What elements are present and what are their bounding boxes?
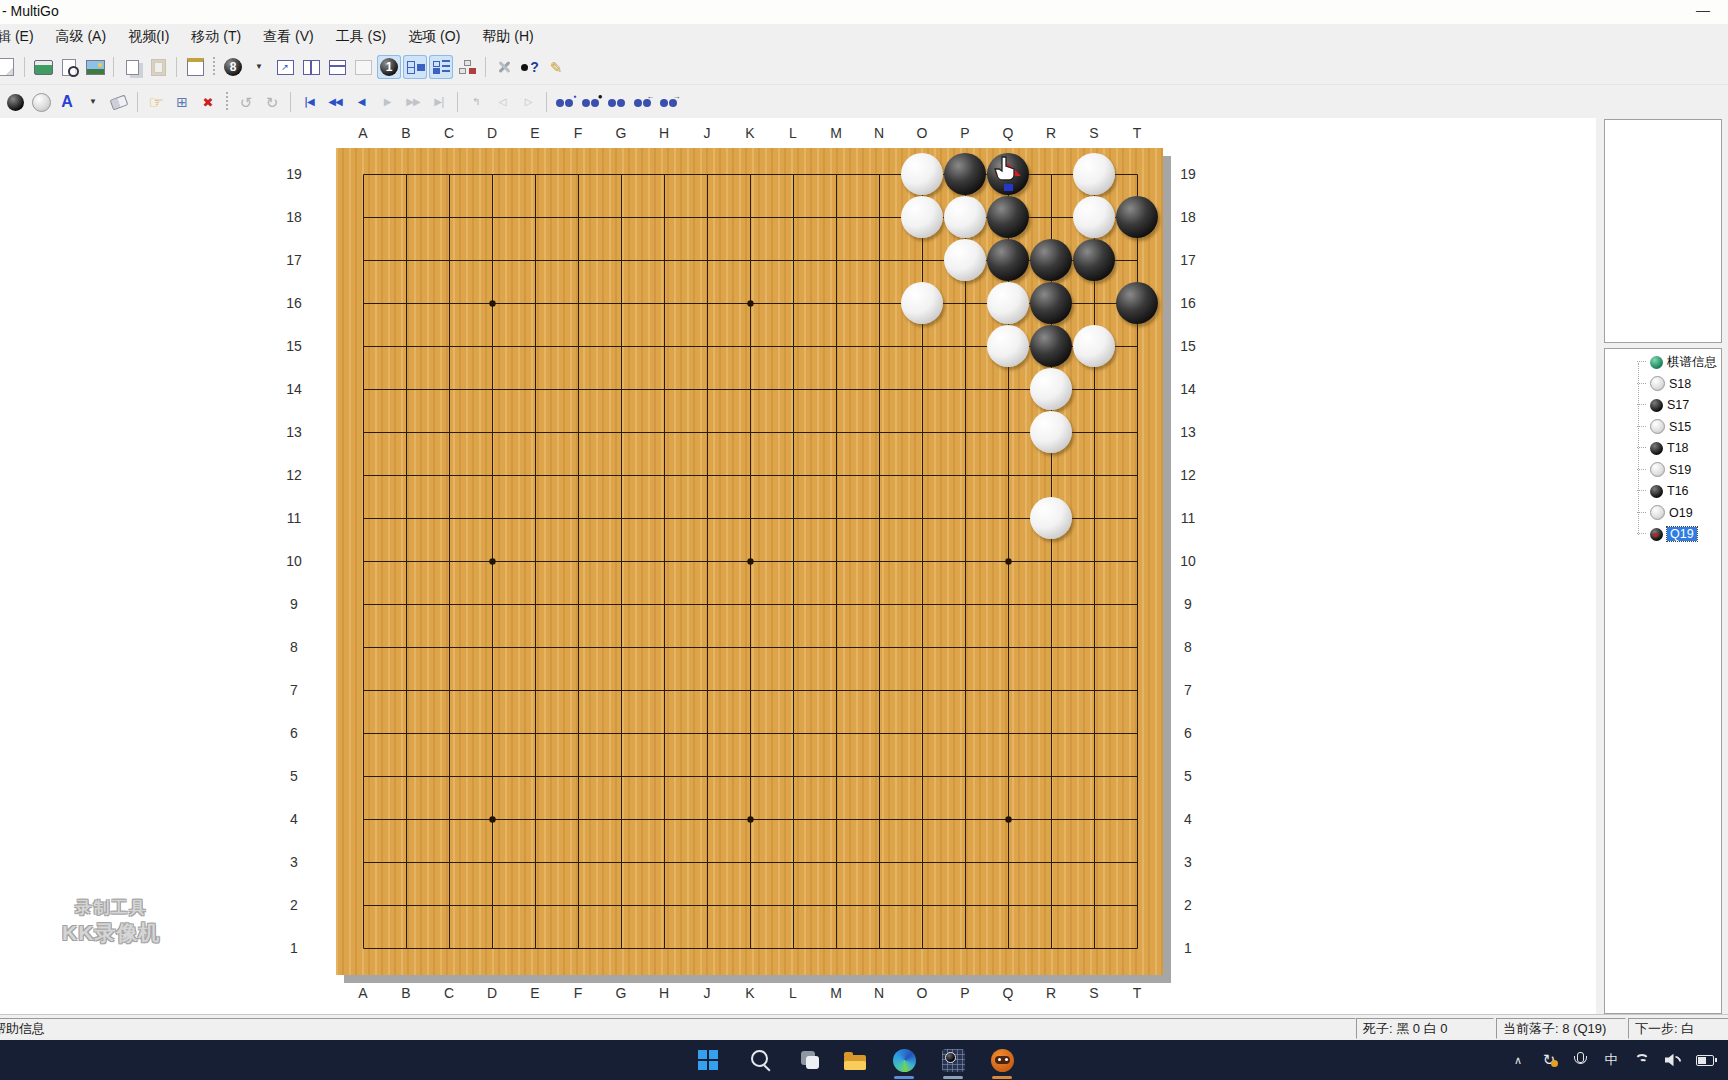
toolbar-separator: [226, 92, 228, 112]
col-label-bottom-L: L: [779, 985, 807, 1001]
delete-node-icon[interactable]: ✖: [196, 90, 220, 114]
context-help-icon-glyph: ?: [521, 59, 539, 75]
export-image-icon-glyph: [86, 60, 105, 75]
row-label-right-17: 17: [1174, 252, 1202, 268]
tray-sync-icon-glyph: ↻: [1543, 1051, 1556, 1069]
taskbar-edge-button[interactable]: [890, 1040, 918, 1080]
taskbar-system-tray: ∧↻中: [1510, 1040, 1714, 1080]
taskbar-start-button-icon: [698, 1050, 718, 1070]
tray-microphone-icon[interactable]: [1572, 1047, 1588, 1073]
tray-volume-icon-glyph: [1665, 1054, 1681, 1067]
star-point-D10: [489, 558, 495, 564]
new-file-icon[interactable]: [0, 55, 18, 79]
recorder-watermark: 录制工具 KK录像机: [62, 898, 160, 947]
tray-battery-icon-glyph: [1696, 1055, 1714, 1066]
col-label-top-A: A: [349, 125, 377, 141]
rotate-cw-icon[interactable]: ↻: [260, 90, 284, 114]
taskbar-file-explorer-button[interactable]: [841, 1040, 869, 1080]
taskbar-kk-recorder-button[interactable]: [988, 1040, 1016, 1080]
row-label-right-11: 11: [1174, 510, 1202, 526]
rotate-cw-icon-glyph: ↻: [266, 95, 279, 110]
tree-root-item[interactable]: 棋谱信息: [1631, 353, 1717, 371]
tree-branch-stub: [1637, 383, 1646, 385]
taskbar-file-explorer-button-icon: [844, 1055, 866, 1070]
row-label-left-10: 10: [280, 553, 308, 569]
col-label-bottom-G: G: [607, 985, 635, 1001]
node-list-icon[interactable]: [429, 55, 453, 79]
col-label-top-M: M: [822, 125, 850, 141]
tree-view-icon[interactable]: [403, 55, 427, 79]
stone-O16: [901, 282, 943, 324]
print-preview-icon-glyph: [62, 59, 76, 76]
tree-branch-stub: [1637, 361, 1646, 363]
variation-right-button[interactable]: ▷: [516, 90, 540, 114]
node-list-icon-glyph: [433, 60, 450, 74]
find-icon[interactable]: [605, 90, 629, 114]
row-label-right-5: 5: [1174, 768, 1202, 784]
rotate-ccw-icon[interactable]: ↺: [234, 90, 258, 114]
stone-T16: [1116, 282, 1158, 324]
stone-R16: [1030, 282, 1072, 324]
hand-cursor-icon: [993, 155, 1019, 186]
single-pane-icon[interactable]: [351, 55, 375, 79]
tray-ime-indicator-glyph: 中: [1605, 1051, 1618, 1069]
new-file-icon-glyph: [0, 58, 14, 76]
col-label-bottom-O: O: [908, 985, 936, 1001]
status-bar: 帮助信息 死子: 黑 0 白 0 当前落子: 8 (Q19) 下一步: 白: [0, 1014, 1728, 1041]
black-stone-icon: [1650, 399, 1663, 412]
stone-S15: [1073, 325, 1115, 367]
print-preview-icon[interactable]: [57, 55, 81, 79]
row-label-left-8: 8: [280, 639, 308, 655]
prev-variation-button[interactable]: ↰: [464, 90, 488, 114]
toolbar-separator: [457, 92, 458, 112]
running-indicator: [894, 1076, 914, 1079]
star-point-D16: [489, 300, 495, 306]
row-label-right-3: 3: [1174, 854, 1202, 870]
toolbar-separator: [137, 92, 138, 112]
col-label-top-C: C: [435, 125, 463, 141]
row-label-right-12: 12: [1174, 467, 1202, 483]
tree-item-label: S17: [1667, 398, 1689, 412]
find-black-move-icon[interactable]: ▪: [553, 90, 577, 114]
col-label-top-P: P: [951, 125, 979, 141]
row-label-left-1: 1: [280, 940, 308, 956]
row-label-left-2: 2: [280, 897, 308, 913]
tray-battery-icon[interactable]: [1696, 1047, 1714, 1073]
row-label-left-4: 4: [280, 811, 308, 827]
taskbar-task-view-button-icon: [801, 1051, 815, 1065]
col-label-top-H: H: [650, 125, 678, 141]
row-label-right-19: 19: [1174, 166, 1202, 182]
move-number-display-icon[interactable]: 8: [221, 55, 245, 79]
watermark-line2: KK录像机: [62, 919, 160, 947]
toolbar-separator: [113, 57, 114, 77]
pan-tool-icon[interactable]: ☞: [144, 90, 168, 114]
taskbar-multigo-button[interactable]: [939, 1040, 967, 1080]
black-stone-icon: [1650, 485, 1663, 498]
tree-item-label: Q19: [1667, 527, 1697, 541]
back-button[interactable]: ◀: [349, 90, 373, 114]
row-label-right-15: 15: [1174, 338, 1202, 354]
col-label-top-N: N: [865, 125, 893, 141]
tree-item-T18[interactable]: T18: [1631, 439, 1689, 457]
row-label-left-12: 12: [280, 467, 308, 483]
insert-node-icon[interactable]: ⊞: [170, 90, 194, 114]
col-label-bottom-B: B: [392, 985, 420, 1001]
menu-item-1[interactable]: 高级 (A): [45, 25, 118, 49]
popup-board-icon[interactable]: ↗: [273, 55, 297, 79]
binocular-modifier: ▪: [574, 93, 577, 101]
taskbar-app-icons: [694, 1040, 1016, 1080]
split-vertical-icon-glyph: [303, 60, 320, 75]
export-image-icon[interactable]: [83, 55, 107, 79]
row-label-right-6: 6: [1174, 725, 1202, 741]
variation-left-button-glyph: ◁: [499, 97, 506, 107]
stone-O18: [901, 196, 943, 238]
toolbar-separator: [546, 92, 547, 112]
tree-item-label: S18: [1669, 377, 1691, 391]
fast-back-button[interactable]: ◀◀: [323, 90, 347, 114]
window-title: - MultiGo: [2, 3, 59, 19]
taskbar: ∧↻中: [0, 1040, 1728, 1080]
col-label-top-F: F: [564, 125, 592, 141]
col-label-top-D: D: [478, 125, 506, 141]
menu-item-0[interactable]: 辑 (E): [0, 25, 45, 49]
col-label-top-B: B: [392, 125, 420, 141]
tree-view-icon-glyph: [406, 60, 424, 74]
tree-item-label: T18: [1667, 441, 1689, 455]
show-move-numbers-icon-glyph: 1: [380, 58, 398, 76]
eraser-tool-icon[interactable]: [107, 90, 131, 114]
row-label-left-9: 9: [280, 596, 308, 612]
menu-bar: 辑 (E)高级 (A)视频(I)移动 (T)查看 (V)工具 (S)选项 (O)…: [0, 24, 1728, 50]
last-move-button[interactable]: ▶|: [427, 90, 451, 114]
split-horizontal-icon[interactable]: [325, 55, 349, 79]
taskbar-start-button[interactable]: [694, 1040, 722, 1080]
col-label-bottom-T: T: [1123, 985, 1151, 1001]
game-info-icon: [1650, 356, 1663, 369]
row-label-left-14: 14: [280, 381, 308, 397]
tree-branch-stub: [1637, 404, 1646, 406]
print-icon-glyph: [34, 60, 53, 75]
row-label-right-4: 4: [1174, 811, 1202, 827]
taskbar-search-button[interactable]: [743, 1040, 771, 1080]
row-label-right-1: 1: [1174, 940, 1202, 956]
title-bar: - MultiGo —: [0, 0, 1728, 24]
tree-branch-stub: [1637, 469, 1646, 471]
status-help-text: 帮助信息: [0, 1018, 1356, 1039]
tree-item-label: O19: [1669, 506, 1693, 520]
col-label-top-R: R: [1037, 125, 1065, 141]
pan-tool-icon-glyph: ☞: [148, 94, 163, 111]
col-label-bottom-K: K: [736, 985, 764, 1001]
col-label-bottom-S: S: [1080, 985, 1108, 1001]
stone-S17: [1073, 239, 1115, 281]
insert-node-icon-glyph: ⊞: [176, 95, 188, 109]
taskbar-kk-recorder-button-icon: [991, 1049, 1014, 1072]
menu-item-3[interactable]: 移动 (T): [180, 25, 252, 49]
tree-branch-stub: [1637, 447, 1646, 449]
stone-Q17: [987, 239, 1029, 281]
col-label-bottom-N: N: [865, 985, 893, 1001]
stone-S18: [1073, 196, 1115, 238]
toolbar-separator: [213, 57, 215, 77]
menu-item-6[interactable]: 选项 (O): [397, 25, 471, 49]
star-point-Q4: [1005, 816, 1011, 822]
col-label-bottom-J: J: [693, 985, 721, 1001]
row-label-left-18: 18: [280, 209, 308, 225]
toolbar-separator: [24, 57, 25, 77]
row-label-right-2: 2: [1174, 897, 1202, 913]
delete-node-icon-glyph: ✖: [203, 96, 214, 109]
find-move-icon-glyph: ●: [581, 95, 602, 109]
split-horizontal-icon-glyph: [329, 60, 346, 75]
white-stone-tool-icon-glyph: [32, 93, 51, 112]
forward-button-glyph: ▶: [384, 97, 391, 107]
stone-R11: [1030, 497, 1072, 539]
tree-item-Q19[interactable]: Q19: [1631, 525, 1697, 543]
row-label-right-14: 14: [1174, 381, 1202, 397]
status-dead-stones: 死子: 黑 0 白 0: [1356, 1018, 1494, 1039]
paste-icon-glyph: [151, 59, 166, 76]
row-label-left-16: 16: [280, 295, 308, 311]
row-label-left-6: 6: [280, 725, 308, 741]
binocular-modifier: ←: [647, 93, 655, 101]
eraser-tool-icon-glyph: [110, 94, 129, 110]
tree-item-O19[interactable]: O19: [1631, 504, 1693, 522]
menu-item-2[interactable]: 视频(I): [117, 25, 180, 49]
col-label-bottom-M: M: [822, 985, 850, 1001]
stone-P17: [944, 239, 986, 281]
split-vertical-icon[interactable]: [299, 55, 323, 79]
col-label-bottom-D: D: [478, 985, 506, 1001]
minimize-button[interactable]: —: [1696, 2, 1710, 18]
game-info-icon[interactable]: [183, 55, 207, 79]
find-icon-glyph: [607, 95, 628, 109]
toolbar-navigation: A▼☞⊞✖↺↻|◀◀◀◀▶▶▶▶|↰◁▷▪●←→: [0, 84, 1728, 119]
row-label-left-7: 7: [280, 682, 308, 698]
edit-mode-icon[interactable]: ✎: [544, 55, 568, 79]
black-stone-icon: [1650, 442, 1663, 455]
col-label-top-L: L: [779, 125, 807, 141]
stone-S19: [1073, 153, 1115, 195]
last-move-button-glyph: ▶|: [434, 97, 443, 107]
find-move-icon[interactable]: ●: [579, 90, 603, 114]
stone-Q15: [987, 325, 1029, 367]
paste-icon[interactable]: [146, 55, 170, 79]
variation-right-button-glyph: ▷: [525, 97, 532, 107]
row-label-left-11: 11: [280, 510, 308, 526]
move-number-dropdown-arrow[interactable]: ▼: [247, 55, 271, 79]
toolbar-main: 8▼↗1?✎: [0, 50, 1728, 84]
taskbar-search-button-icon: [751, 1050, 768, 1067]
stone-O19: [901, 153, 943, 195]
taskbar-edge-button-icon: [893, 1049, 916, 1072]
star-point-K4: [747, 816, 753, 822]
row-label-right-8: 8: [1174, 639, 1202, 655]
black-stone-tool-icon-glyph: [7, 94, 24, 111]
variation-structure-icon-glyph: [459, 60, 476, 74]
fast-forward-button-glyph: ▶▶: [406, 97, 419, 107]
stone-Q16: [987, 282, 1029, 324]
black-stone-tool-icon[interactable]: [3, 90, 27, 114]
tree-branch-stub: [1637, 490, 1646, 492]
taskbar-multigo-button-icon: [942, 1049, 965, 1072]
status-current-move: 当前落子: 8 (Q19): [1496, 1018, 1626, 1039]
col-label-top-S: S: [1080, 125, 1108, 141]
board-canvas: 录制工具 KK录像机 AABBCCDDEEFFGGHHJJKKLLMMNNOOP…: [0, 118, 1596, 1014]
col-label-bottom-E: E: [521, 985, 549, 1001]
tray-volume-icon[interactable]: [1665, 1047, 1681, 1073]
watermark-line1: 录制工具: [62, 898, 160, 919]
fast-back-button-glyph: ◀◀: [328, 97, 341, 107]
menu-item-5[interactable]: 工具 (S): [325, 25, 398, 49]
stone-Q18: [987, 196, 1029, 238]
row-label-right-18: 18: [1174, 209, 1202, 225]
find-next-icon-glyph: →: [659, 95, 680, 109]
stone-Q19: [987, 153, 1029, 195]
label-tool-icon[interactable]: A: [55, 90, 79, 114]
stone-R13: [1030, 411, 1072, 453]
copy-icon[interactable]: [120, 55, 144, 79]
row-label-right-16: 16: [1174, 295, 1202, 311]
tree-item-label: 棋谱信息: [1667, 354, 1717, 371]
row-label-right-10: 10: [1174, 553, 1202, 569]
row-label-right-7: 7: [1174, 682, 1202, 698]
variation-left-button[interactable]: ◁: [490, 90, 514, 114]
toolbar-separator: [176, 57, 177, 77]
white-stone-tool-icon[interactable]: [29, 90, 53, 114]
first-move-button[interactable]: |◀: [297, 90, 321, 114]
prev-variation-button-glyph: ↰: [472, 97, 479, 107]
label-dropdown-arrow-glyph: ▼: [89, 98, 97, 106]
find-prev-icon-glyph: ←: [633, 95, 654, 109]
game-info-icon-glyph: [187, 58, 204, 76]
go-board[interactable]: [336, 148, 1163, 975]
col-label-top-O: O: [908, 125, 936, 141]
row-label-left-3: 3: [280, 854, 308, 870]
col-label-bottom-F: F: [564, 985, 592, 1001]
row-label-right-13: 13: [1174, 424, 1202, 440]
fast-forward-button[interactable]: ▶▶: [401, 90, 425, 114]
star-point-D4: [489, 816, 495, 822]
binocular-modifier: ●: [598, 93, 603, 101]
col-label-top-K: K: [736, 125, 764, 141]
tray-wifi-icon-glyph: [1634, 1054, 1650, 1067]
tree-item-S18[interactable]: S18: [1631, 375, 1691, 393]
rotate-ccw-icon-glyph: ↺: [240, 95, 253, 110]
col-label-top-Q: Q: [994, 125, 1022, 141]
black-stone-icon: [1650, 528, 1663, 541]
edit-mode-icon-glyph: ✎: [550, 60, 563, 75]
context-help-icon[interactable]: ?: [518, 55, 542, 79]
col-label-top-T: T: [1123, 125, 1151, 141]
print-icon[interactable]: [31, 55, 55, 79]
col-label-top-G: G: [607, 125, 635, 141]
tools-icon[interactable]: [492, 55, 516, 79]
right-panel: 棋谱信息S18S17S15T18S19T16O19Q19: [1596, 118, 1728, 1014]
row-label-left-17: 17: [280, 252, 308, 268]
toolbar-separator: [290, 92, 291, 112]
label-tool-icon-glyph: A: [61, 94, 73, 110]
menu-item-4[interactable]: 查看 (V): [252, 25, 325, 49]
tree-item-label: S19: [1669, 463, 1691, 477]
move-number-display-icon-glyph: 8: [224, 58, 242, 76]
tree-item-S17[interactable]: S17: [1631, 396, 1689, 414]
tray-hidden-icons-button[interactable]: ∧: [1510, 1047, 1526, 1073]
star-point-K16: [747, 300, 753, 306]
tree-branch-stub: [1637, 426, 1646, 428]
comment-pane[interactable]: [1604, 119, 1722, 343]
row-label-left-5: 5: [280, 768, 308, 784]
row-label-left-13: 13: [280, 424, 308, 440]
col-label-bottom-A: A: [349, 985, 377, 1001]
tray-microphone-icon-glyph: [1573, 1052, 1587, 1068]
taskbar-task-view-button[interactable]: [792, 1040, 820, 1080]
label-dropdown-arrow[interactable]: ▼: [81, 90, 105, 114]
col-label-top-E: E: [521, 125, 549, 141]
stone-R15: [1030, 325, 1072, 367]
single-pane-icon-glyph: [355, 60, 372, 75]
tools-icon-glyph: [496, 59, 512, 75]
show-move-numbers-icon[interactable]: 1: [377, 55, 401, 79]
tree-item-T16[interactable]: T16: [1631, 482, 1689, 500]
col-label-bottom-R: R: [1037, 985, 1065, 1001]
white-stone-icon: [1650, 419, 1665, 434]
tray-ime-indicator[interactable]: 中: [1603, 1047, 1619, 1073]
tree-item-S19[interactable]: S19: [1631, 461, 1691, 479]
stone-R14: [1030, 368, 1072, 410]
row-label-left-19: 19: [280, 166, 308, 182]
running-indicator: [943, 1076, 963, 1079]
col-label-top-J: J: [693, 125, 721, 141]
menu-item-7[interactable]: 帮助 (H): [471, 25, 544, 49]
star-point-K10: [747, 558, 753, 564]
tree-item-S15[interactable]: S15: [1631, 418, 1691, 436]
popup-board-icon-glyph: ↗: [277, 60, 294, 75]
white-stone-icon: [1650, 462, 1665, 477]
stone-T18: [1116, 196, 1158, 238]
binocular-modifier: →: [673, 93, 681, 101]
find-next-icon[interactable]: →: [657, 90, 681, 114]
tree-branch-stub: [1637, 533, 1646, 535]
variation-structure-icon[interactable]: [455, 55, 479, 79]
find-black-move-icon-glyph: ▪: [555, 95, 576, 109]
col-label-bottom-P: P: [951, 985, 979, 1001]
stone-P18: [944, 196, 986, 238]
forward-button[interactable]: ▶: [375, 90, 399, 114]
copy-icon-glyph: [126, 60, 139, 75]
stone-P19: [944, 153, 986, 195]
find-prev-icon[interactable]: ←: [631, 90, 655, 114]
row-label-left-15: 15: [280, 338, 308, 354]
move-number-dropdown-arrow-glyph: ▼: [255, 63, 263, 71]
status-next-to-play: 下一步: 白: [1628, 1018, 1728, 1039]
row-label-right-9: 9: [1174, 596, 1202, 612]
running-indicator: [992, 1076, 1012, 1079]
col-label-bottom-H: H: [650, 985, 678, 1001]
toolbar-separator: [485, 57, 486, 77]
tray-wifi-icon[interactable]: [1634, 1047, 1650, 1073]
white-stone-icon: [1650, 376, 1665, 391]
stone-R17: [1030, 239, 1072, 281]
move-tree-pane[interactable]: 棋谱信息S18S17S15T18S19T16O19Q19: [1604, 348, 1722, 1014]
tree-item-label: T16: [1667, 484, 1689, 498]
tray-sync-icon[interactable]: ↻: [1541, 1047, 1557, 1073]
star-point-Q10: [1005, 558, 1011, 564]
back-button-glyph: ◀: [358, 97, 365, 107]
